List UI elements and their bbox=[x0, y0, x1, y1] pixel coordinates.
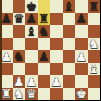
white-pawn-icon[interactable]: ♟ bbox=[13, 75, 26, 88]
square-c5[interactable] bbox=[25, 38, 38, 51]
square-g2[interactable] bbox=[75, 75, 88, 88]
square-e2[interactable]: ♟ bbox=[50, 75, 63, 88]
square-b1[interactable]: ♞ bbox=[13, 88, 26, 101]
square-f1[interactable] bbox=[63, 88, 76, 101]
white-pawn-icon[interactable]: ♟ bbox=[50, 75, 63, 88]
square-e4[interactable] bbox=[50, 50, 63, 63]
square-h2[interactable] bbox=[88, 75, 101, 88]
black-bishop-icon[interactable]: ♝ bbox=[25, 25, 38, 38]
square-f7[interactable] bbox=[63, 13, 76, 26]
square-g8[interactable] bbox=[75, 0, 88, 13]
square-c4[interactable] bbox=[25, 50, 38, 63]
square-a7[interactable]: ♟ bbox=[0, 13, 13, 26]
black-rook-icon[interactable]: ♜ bbox=[88, 0, 101, 13]
square-d1[interactable] bbox=[38, 88, 51, 101]
chess-board: ♚♝♜♟♛♟♜♟♝♞♞♟♞♟♟♝♟♟♟♜♞♛♚ bbox=[0, 0, 100, 100]
square-f3[interactable] bbox=[63, 63, 76, 76]
square-g6[interactable] bbox=[75, 25, 88, 38]
square-a6[interactable] bbox=[0, 25, 13, 38]
square-a8[interactable] bbox=[0, 0, 13, 13]
square-c1[interactable]: ♛ bbox=[25, 88, 38, 101]
square-h6[interactable] bbox=[88, 25, 101, 38]
black-pawn-icon[interactable]: ♟ bbox=[75, 13, 88, 26]
square-c6[interactable]: ♝ bbox=[25, 25, 38, 38]
square-h3[interactable]: ♝ bbox=[88, 63, 101, 76]
black-knight-icon[interactable]: ♞ bbox=[13, 50, 26, 63]
square-b2[interactable]: ♟ bbox=[13, 75, 26, 88]
square-d7[interactable]: ♜ bbox=[38, 13, 51, 26]
square-c7[interactable]: ♟ bbox=[25, 13, 38, 26]
square-h5[interactable]: ♞ bbox=[88, 38, 101, 51]
square-b8[interactable] bbox=[13, 0, 26, 13]
white-rook-icon[interactable]: ♜ bbox=[0, 88, 13, 101]
square-h1[interactable] bbox=[88, 88, 101, 101]
square-c8[interactable]: ♚ bbox=[25, 0, 38, 13]
square-f2[interactable] bbox=[63, 75, 76, 88]
white-pawn-icon[interactable]: ♟ bbox=[75, 50, 88, 63]
square-e5[interactable] bbox=[50, 38, 63, 51]
white-bishop-icon[interactable]: ♝ bbox=[88, 63, 101, 76]
square-a1[interactable]: ♜ bbox=[0, 88, 13, 101]
square-c2[interactable]: ♟ bbox=[25, 75, 38, 88]
white-knight-icon[interactable]: ♞ bbox=[88, 38, 101, 51]
square-a2[interactable] bbox=[0, 75, 13, 88]
square-e8[interactable] bbox=[50, 0, 63, 13]
square-g1[interactable]: ♚ bbox=[75, 88, 88, 101]
square-e3[interactable] bbox=[50, 63, 63, 76]
black-pawn-icon[interactable]: ♟ bbox=[38, 50, 51, 63]
square-f6[interactable] bbox=[63, 25, 76, 38]
black-knight-icon[interactable]: ♞ bbox=[38, 25, 51, 38]
square-b7[interactable]: ♛ bbox=[13, 13, 26, 26]
square-e6[interactable] bbox=[50, 25, 63, 38]
square-e1[interactable] bbox=[50, 88, 63, 101]
white-knight-icon[interactable]: ♞ bbox=[13, 88, 26, 101]
square-a3[interactable] bbox=[0, 63, 13, 76]
white-pawn-icon[interactable]: ♟ bbox=[25, 75, 38, 88]
square-a5[interactable] bbox=[0, 38, 13, 51]
square-d8[interactable] bbox=[38, 0, 51, 13]
white-queen-icon[interactable]: ♛ bbox=[25, 88, 38, 101]
square-b6[interactable] bbox=[13, 25, 26, 38]
square-f8[interactable]: ♝ bbox=[63, 0, 76, 13]
square-e7[interactable] bbox=[50, 13, 63, 26]
square-g5[interactable] bbox=[75, 38, 88, 51]
square-d2[interactable] bbox=[38, 75, 51, 88]
square-d5[interactable] bbox=[38, 38, 51, 51]
square-g3[interactable] bbox=[75, 63, 88, 76]
black-bishop-icon[interactable]: ♝ bbox=[63, 0, 76, 13]
square-g7[interactable]: ♟ bbox=[75, 13, 88, 26]
square-b3[interactable] bbox=[13, 63, 26, 76]
square-d3[interactable] bbox=[38, 63, 51, 76]
square-f4[interactable] bbox=[63, 50, 76, 63]
square-d6[interactable]: ♞ bbox=[38, 25, 51, 38]
chess-board-screenshot: ♚♝♜♟♛♟♜♟♝♞♞♟♞♟♟♝♟♟♟♜♞♛♚ bbox=[0, 0, 100, 100]
black-rook-icon[interactable]: ♜ bbox=[38, 13, 51, 26]
square-h7[interactable] bbox=[88, 13, 101, 26]
black-king-icon[interactable]: ♚ bbox=[25, 0, 38, 13]
square-f5[interactable] bbox=[63, 38, 76, 51]
square-d4[interactable]: ♟ bbox=[38, 50, 51, 63]
white-king-icon[interactable]: ♚ bbox=[75, 88, 88, 101]
black-pawn-icon[interactable]: ♟ bbox=[25, 13, 38, 26]
square-g4[interactable]: ♟ bbox=[75, 50, 88, 63]
square-h8[interactable]: ♜ bbox=[88, 0, 101, 13]
board-left-edge bbox=[0, 0, 2, 100]
square-b5[interactable] bbox=[13, 38, 26, 51]
black-queen-icon[interactable]: ♛ bbox=[13, 13, 26, 26]
square-c3[interactable] bbox=[25, 63, 38, 76]
square-h4[interactable] bbox=[88, 50, 101, 63]
square-b4[interactable]: ♞ bbox=[13, 50, 26, 63]
white-pawn-icon[interactable]: ♟ bbox=[0, 50, 13, 63]
square-a4[interactable]: ♟ bbox=[0, 50, 13, 63]
black-pawn-icon[interactable]: ♟ bbox=[0, 13, 13, 26]
